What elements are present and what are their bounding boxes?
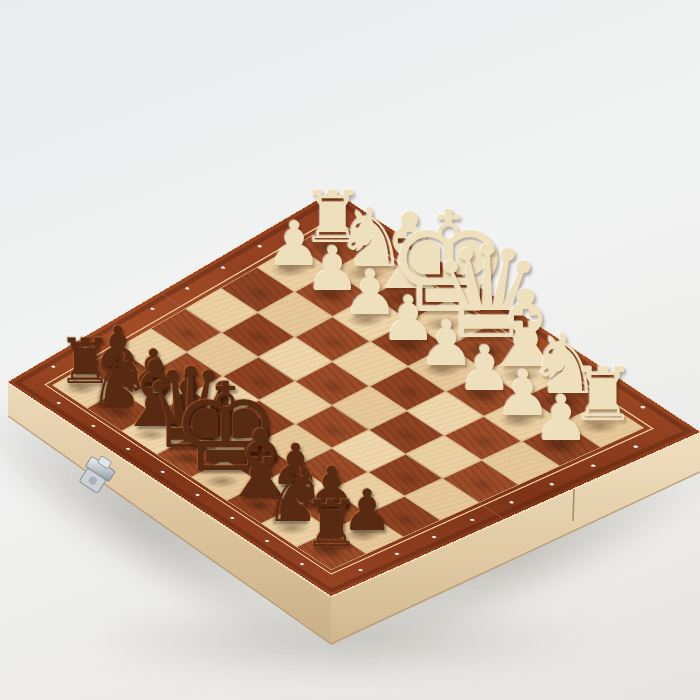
piece-white-p-h2: ♟: [533, 388, 590, 451]
piece-black-p-g7: ♟: [306, 459, 357, 516]
piece-white-q-e1: ♛: [430, 229, 545, 357]
piece-shadow: [460, 387, 501, 402]
piece-shadow: [99, 405, 135, 418]
piece-shadow: [167, 410, 203, 424]
piece-black-p-c7: ♟: [164, 366, 214, 422]
piece-black-p-e7: ♟: [235, 412, 286, 468]
piece-white-k-d1: ♚: [386, 193, 511, 333]
piece-shadow: [500, 367, 542, 383]
piece-shadow: [239, 498, 275, 512]
piece-black-b-c8: ♝: [114, 349, 196, 441]
piece-black-p-d7: ♟: [199, 389, 249, 445]
piece-shadow: [168, 451, 204, 465]
piece-shadow: [578, 418, 620, 434]
piece-black-q-d8: ♛: [141, 354, 241, 465]
piece-shadow: [462, 342, 503, 358]
piece-shadow: [273, 480, 310, 494]
piece-shadow: [308, 287, 348, 302]
piece-white-n-b1: ♞: [335, 197, 408, 279]
piece-white-r-a1: ♜: [301, 182, 365, 254]
pieces-layer: ♜♞♝♛♚♝♞♜♟♟♟♟♟♟♟♟♟♟♟♟♟♟♟♟♜♞♝♚♛♝♞♜: [0, 0, 700, 700]
piece-black-n-b8: ♞: [88, 345, 152, 416]
piece-shadow: [385, 291, 426, 307]
piece-black-k-e8: ♚: [171, 366, 281, 488]
photo-backdrop: { "game": "chess", "scene": { "descripti…: [0, 0, 700, 700]
piece-white-r-h1: ♜: [570, 358, 636, 432]
piece-shadow: [274, 521, 310, 535]
piece-white-b-c1: ♝: [363, 201, 457, 306]
piece-black-p-h7: ♟: [342, 482, 393, 539]
piece-shadow: [270, 262, 310, 277]
piece-shadow: [422, 362, 463, 377]
piece-white-p-f2: ♟: [457, 338, 513, 401]
piece-shadow: [96, 363, 132, 377]
piece-white-p-d2: ♟: [381, 288, 437, 350]
piece-shadow: [346, 312, 386, 327]
piece-shadow: [346, 266, 387, 281]
piece-shadow: [309, 544, 346, 558]
piece-black-r-h8: ♜: [302, 492, 360, 556]
piece-black-p-f7: ♟: [270, 436, 321, 493]
piece-shadow: [384, 337, 424, 352]
piece-black-p-a7: ♟: [93, 319, 143, 375]
piece-white-p-g2: ♟: [495, 363, 551, 426]
piece-black-p-b7: ♟: [128, 342, 178, 398]
piece-white-n-g1: ♞: [527, 323, 602, 407]
piece-black-r-a8: ♜: [57, 331, 113, 393]
piece-shadow: [423, 316, 464, 332]
piece-shadow: [344, 528, 381, 542]
piece-black-n-g8: ♞: [263, 460, 328, 533]
piece-shadow: [539, 393, 581, 409]
piece-shadow: [133, 428, 169, 442]
piece-shadow: [536, 438, 577, 454]
piece-shadow: [131, 386, 167, 400]
piece-white-p-e2: ♟: [419, 313, 475, 375]
piece-shadow: [238, 457, 275, 471]
piece-white-p-c2: ♟: [343, 263, 398, 325]
piece-white-b-f1: ♝: [478, 276, 573, 382]
piece-shadow: [308, 240, 349, 255]
piece-white-p-a2: ♟: [267, 214, 322, 275]
piece-shadow: [202, 433, 239, 447]
piece-black-b-f8: ♝: [219, 418, 302, 511]
piece-shadow: [64, 382, 100, 395]
piece-shadow: [498, 412, 539, 427]
piece-shadow: [309, 504, 346, 518]
piece-white-p-b2: ♟: [305, 238, 360, 299]
piece-shadow: [204, 474, 240, 488]
